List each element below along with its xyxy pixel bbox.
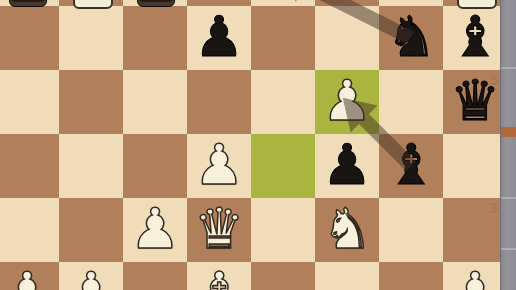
square-f4[interactable]: ♟: [315, 134, 379, 198]
square-b6[interactable]: [59, 6, 123, 70]
square-h6[interactable]: ♝6: [443, 6, 507, 70]
square-e2[interactable]: [251, 262, 315, 290]
square-b5[interactable]: [59, 70, 123, 134]
square-b4[interactable]: [59, 134, 123, 198]
square-d6[interactable]: ♟: [187, 6, 251, 70]
square-d3[interactable]: ♛: [187, 198, 251, 262]
square-h3[interactable]: 3: [443, 198, 507, 262]
square-g4[interactable]: ♝: [379, 134, 443, 198]
square-b2[interactable]: ♟: [59, 262, 123, 290]
square-c3[interactable]: ♟: [123, 198, 187, 262]
panel-tick-line: [501, 197, 516, 199]
rank-label-4: 4: [490, 135, 498, 152]
square-g5[interactable]: [379, 70, 443, 134]
square-d4[interactable]: ♟: [187, 134, 251, 198]
square-d5[interactable]: [187, 70, 251, 134]
square-c4[interactable]: [123, 134, 187, 198]
square-a2[interactable]: ♟: [0, 262, 59, 290]
black-pawn-d6[interactable]: ♟: [187, 6, 251, 70]
panel-tick-line: [501, 248, 516, 250]
square-d2[interactable]: ♝: [187, 262, 251, 290]
square-c5[interactable]: [123, 70, 187, 134]
rank-label-6: 6: [490, 7, 498, 24]
clipped-piece-fragment-c7: [137, 0, 175, 7]
square-e4[interactable]: [251, 134, 315, 198]
square-f3[interactable]: ♞: [315, 198, 379, 262]
panel-tick-line: [501, 67, 516, 69]
white-knight-f3[interactable]: ♞: [315, 198, 379, 262]
square-h2[interactable]: ♟2: [443, 262, 507, 290]
chess-board-container: ♟♞♝6♟♛5♟♟♝4♟♛♞3♟♟♝♟2: [0, 0, 516, 290]
clipped-piece-fragment-b7: [73, 0, 113, 9]
rank-label-2: 2: [490, 263, 498, 280]
square-h5[interactable]: ♛5: [443, 70, 507, 134]
white-pawn-b2[interactable]: ♟: [59, 262, 123, 290]
black-pawn-f4[interactable]: ♟: [315, 134, 379, 198]
rank-label-3: 3: [490, 199, 498, 216]
white-pawn-a2[interactable]: ♟: [0, 262, 59, 290]
square-e3[interactable]: [251, 198, 315, 262]
square-a4[interactable]: [0, 134, 59, 198]
right-edge-scrollbar[interactable]: [500, 0, 516, 290]
square-f5[interactable]: ♟: [315, 70, 379, 134]
square-h4[interactable]: 4: [443, 134, 507, 198]
square-a5[interactable]: [0, 70, 59, 134]
square-c6[interactable]: [123, 6, 187, 70]
rank-label-5: 5: [490, 71, 498, 88]
white-pawn-f5[interactable]: ♟: [315, 70, 379, 134]
square-g6[interactable]: ♞: [379, 6, 443, 70]
square-e6[interactable]: [251, 6, 315, 70]
square-f2[interactable]: [315, 262, 379, 290]
square-a6[interactable]: [0, 6, 59, 70]
clipped-piece-fragment-h7: [457, 0, 497, 9]
white-pawn-d4[interactable]: ♟: [187, 134, 251, 198]
square-a3[interactable]: [0, 198, 59, 262]
white-pawn-c3[interactable]: ♟: [123, 198, 187, 262]
square-e5[interactable]: [251, 70, 315, 134]
square-c2[interactable]: [123, 262, 187, 290]
square-b3[interactable]: [59, 198, 123, 262]
black-knight-g6[interactable]: ♞: [379, 6, 443, 70]
black-bishop-g4[interactable]: ♝: [379, 134, 443, 198]
panel-orange-marker: [501, 127, 516, 137]
clipped-piece-fragment-a7: [9, 0, 47, 7]
chess-board: ♟♞♝6♟♛5♟♟♝4♟♛♞3♟♟♝♟2: [0, 0, 507, 290]
square-g2[interactable]: [379, 262, 443, 290]
square-g3[interactable]: [379, 198, 443, 262]
white-queen-d3[interactable]: ♛: [187, 198, 251, 262]
white-bishop-d2[interactable]: ♝: [187, 262, 251, 290]
square-f6[interactable]: [315, 6, 379, 70]
